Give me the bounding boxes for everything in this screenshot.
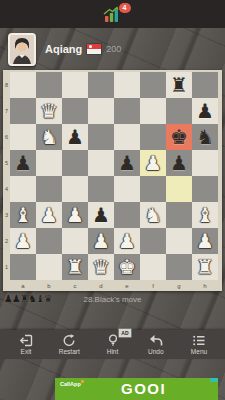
square-h5[interactable] (192, 150, 218, 176)
piece-white-queen-b7[interactable]: ♛ (40, 98, 58, 124)
piece-white-rook-c1[interactable]: ♜ (66, 254, 84, 280)
hint-label: Hint (107, 348, 119, 355)
square-b5[interactable] (36, 150, 62, 176)
toolbar: Exit Restart AD Hint Undo (0, 330, 225, 359)
rank-label-4: 4 (4, 186, 9, 192)
ad-badge: AD (118, 328, 131, 338)
file-label-g: g (175, 283, 183, 289)
square-e1[interactable]: ♚ (114, 254, 140, 280)
square-e3[interactable] (114, 202, 140, 228)
square-h3[interactable]: ♝ (192, 202, 218, 228)
board-grid: ♜♛♟♞♟♚♞♟♟♟♟♝♟♟♟♞♝♟♟♟♟♜♛♚♜ (10, 72, 218, 280)
square-a5[interactable]: ♟ (10, 150, 36, 176)
file-label-h: h (201, 283, 209, 289)
menu-icon (192, 334, 206, 347)
notification-badge: 4 (119, 3, 131, 13)
square-d7[interactable] (88, 98, 114, 124)
rank-label-2: 2 (4, 238, 9, 244)
piece-white-knight-b6[interactable]: ♞ (40, 124, 58, 150)
piece-white-pawn-d2[interactable]: ♟ (92, 228, 110, 254)
square-d3[interactable]: ♟ (88, 202, 114, 228)
square-a3[interactable]: ♝ (10, 202, 36, 228)
square-f4[interactable] (140, 176, 166, 202)
piece-white-pawn-e2[interactable]: ♟ (118, 228, 136, 254)
square-f7[interactable] (140, 98, 166, 124)
rank-label-1: 1 (4, 264, 9, 270)
piece-black-pawn-e5[interactable]: ♟ (118, 150, 136, 176)
square-b8[interactable] (36, 72, 62, 98)
square-b4[interactable] (36, 176, 62, 202)
piece-white-knight-f3[interactable]: ♞ (144, 202, 162, 228)
square-g4[interactable] (166, 176, 192, 202)
square-g2[interactable] (166, 228, 192, 254)
restart-icon (62, 334, 76, 347)
piece-white-bishop-a3[interactable]: ♝ (14, 202, 32, 228)
ad-headline: GOOI (121, 380, 166, 397)
square-b3[interactable]: ♟ (36, 202, 62, 228)
player-info: Aqiang 200 (0, 28, 225, 70)
square-c8[interactable] (62, 72, 88, 98)
file-label-f: f (149, 283, 157, 289)
ad-banner[interactable]: CallApp GOOI (55, 378, 218, 400)
square-b1[interactable] (36, 254, 62, 280)
square-d6[interactable] (88, 124, 114, 150)
file-label-e: e (123, 283, 131, 289)
piece-black-king-g6[interactable]: ♚ (170, 124, 188, 150)
square-e4[interactable] (114, 176, 140, 202)
restart-button[interactable]: Restart (51, 334, 87, 355)
square-a6[interactable] (10, 124, 36, 150)
move-status: 28.Black's move (0, 295, 225, 304)
restart-label: Restart (59, 348, 80, 355)
menu-button[interactable]: Menu (181, 334, 217, 355)
rank-label-7: 7 (4, 108, 9, 114)
square-d1[interactable]: ♛ (88, 254, 114, 280)
square-c6[interactable]: ♟ (62, 124, 88, 150)
rank-label-3: 3 (4, 212, 9, 218)
square-f8[interactable] (140, 72, 166, 98)
piece-white-pawn-c3[interactable]: ♟ (66, 202, 84, 228)
square-g8[interactable]: ♜ (166, 72, 192, 98)
square-d2[interactable]: ♟ (88, 228, 114, 254)
file-label-d: d (97, 283, 105, 289)
piece-black-pawn-g5[interactable]: ♟ (170, 150, 188, 176)
ad-app-name: CallApp (60, 381, 81, 387)
square-e2[interactable]: ♟ (114, 228, 140, 254)
square-c5[interactable] (62, 150, 88, 176)
piece-white-king-e1[interactable]: ♚ (118, 254, 136, 280)
app-screen: 4 Aqiang 200 ♜♛♟♞♟♚♞♟♟♟♟♝♟♟♟♞♝♟♟♟♟♜♛♚♜ 8… (0, 0, 225, 400)
piece-white-pawn-h2[interactable]: ♟ (196, 228, 214, 254)
piece-white-bishop-h3[interactable]: ♝ (196, 202, 214, 228)
piece-black-rook-g8[interactable]: ♜ (170, 72, 188, 98)
square-e5[interactable]: ♟ (114, 150, 140, 176)
piece-black-pawn-a5[interactable]: ♟ (14, 150, 32, 176)
piece-white-pawn-b3[interactable]: ♟ (40, 202, 58, 228)
file-label-c: c (71, 283, 79, 289)
square-h8[interactable] (192, 72, 218, 98)
square-g7[interactable] (166, 98, 192, 124)
rank-label-5: 5 (4, 160, 9, 166)
file-label-b: b (45, 283, 53, 289)
piece-black-pawn-d3[interactable]: ♟ (92, 202, 110, 228)
undo-button[interactable]: Undo (138, 334, 174, 355)
square-d8[interactable] (88, 72, 114, 98)
square-b6[interactable]: ♞ (36, 124, 62, 150)
square-c7[interactable] (62, 98, 88, 124)
player-name: Aqiang (45, 43, 82, 55)
square-c1[interactable]: ♜ (62, 254, 88, 280)
square-c2[interactable] (62, 228, 88, 254)
square-h1[interactable]: ♜ (192, 254, 218, 280)
avatar-portrait (10, 35, 34, 64)
piece-white-pawn-f5[interactable]: ♟ (144, 150, 162, 176)
square-g6[interactable]: ♚ (166, 124, 192, 150)
square-g1[interactable] (166, 254, 192, 280)
rank-label-6: 6 (4, 134, 9, 140)
square-e7[interactable] (114, 98, 140, 124)
square-a4[interactable] (10, 176, 36, 202)
flag-icon (87, 44, 101, 54)
square-g3[interactable] (166, 202, 192, 228)
square-b7[interactable]: ♛ (36, 98, 62, 124)
piece-black-pawn-h7[interactable]: ♟ (196, 98, 214, 124)
menu-label: Menu (191, 348, 207, 355)
square-g5[interactable]: ♟ (166, 150, 192, 176)
square-f2[interactable] (140, 228, 166, 254)
stats-button[interactable]: 4 (103, 6, 123, 23)
square-c3[interactable]: ♟ (62, 202, 88, 228)
piece-white-pawn-a2[interactable]: ♟ (14, 228, 32, 254)
square-e8[interactable] (114, 72, 140, 98)
square-f5[interactable]: ♟ (140, 150, 166, 176)
chess-board: ♜♛♟♞♟♚♞♟♟♟♟♝♟♟♟♞♝♟♟♟♟♜♛♚♜ 87654321 abcde… (3, 70, 222, 291)
piece-white-rook-h1[interactable]: ♜ (196, 254, 214, 280)
ad-corner-mark (210, 378, 218, 382)
square-c4[interactable] (62, 176, 88, 202)
avatar[interactable] (8, 33, 36, 66)
exit-label: Exit (21, 348, 32, 355)
square-f1[interactable] (140, 254, 166, 280)
undo-icon (149, 334, 163, 347)
piece-black-knight-h6[interactable]: ♞ (196, 124, 214, 150)
square-h7[interactable]: ♟ (192, 98, 218, 124)
square-h4[interactable] (192, 176, 218, 202)
rank-label-8: 8 (4, 82, 9, 88)
square-f3[interactable]: ♞ (140, 202, 166, 228)
file-label-a: a (19, 283, 27, 289)
piece-white-queen-d1[interactable]: ♛ (92, 254, 110, 280)
square-h2[interactable]: ♟ (192, 228, 218, 254)
below-board-row: ♟♟♜♞♝♛ 28.Black's move (0, 291, 225, 309)
square-f6[interactable] (140, 124, 166, 150)
piece-black-pawn-c6[interactable]: ♟ (66, 124, 84, 150)
square-e6[interactable] (114, 124, 140, 150)
square-h6[interactable]: ♞ (192, 124, 218, 150)
player-rating: 200 (106, 44, 121, 54)
hint-button[interactable]: AD Hint (95, 334, 131, 355)
exit-button[interactable]: Exit (8, 334, 44, 355)
square-d5[interactable] (88, 150, 114, 176)
exit-icon (19, 334, 33, 347)
undo-label: Undo (148, 348, 164, 355)
square-a7[interactable] (10, 98, 36, 124)
square-a8[interactable] (10, 72, 36, 98)
status-bar: 4 (0, 0, 225, 28)
square-b2[interactable] (36, 228, 62, 254)
square-a1[interactable] (10, 254, 36, 280)
square-d4[interactable] (88, 176, 114, 202)
square-a2[interactable]: ♟ (10, 228, 36, 254)
